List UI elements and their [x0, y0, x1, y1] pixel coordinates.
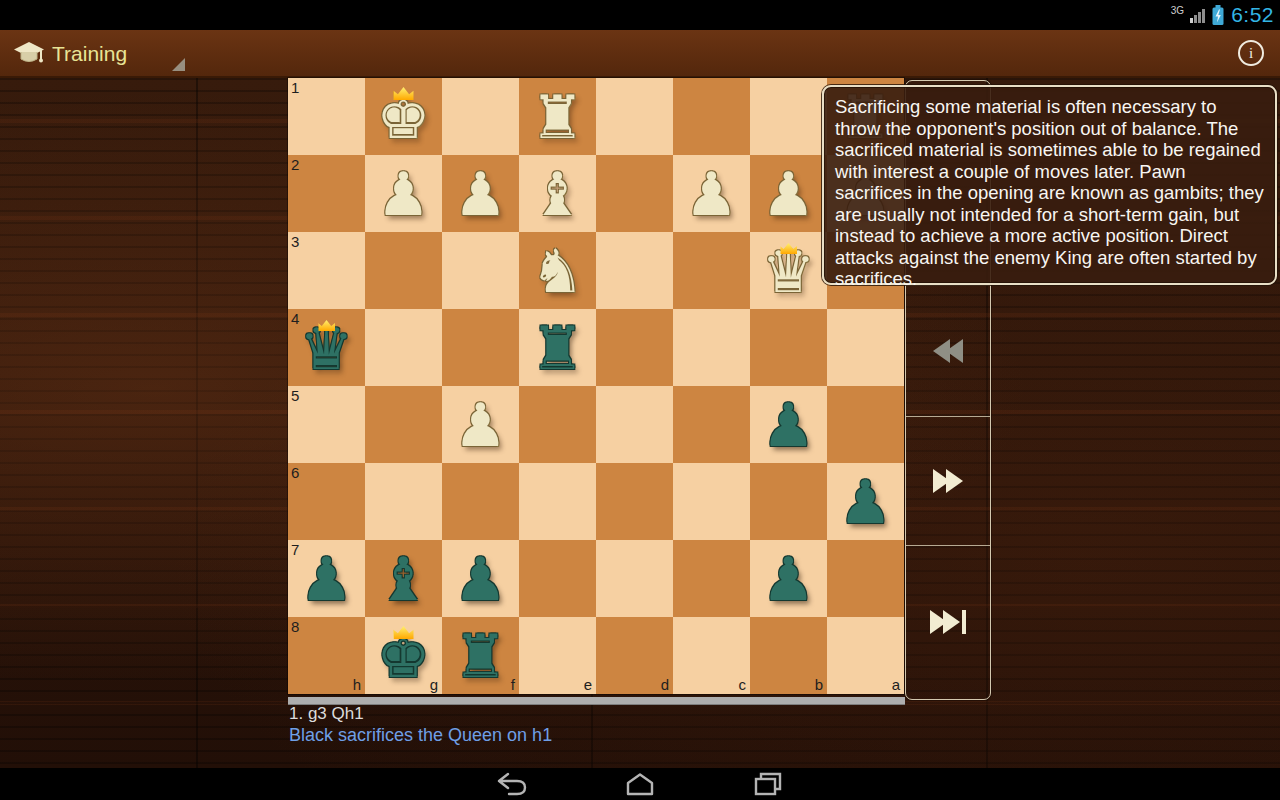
move-list: 1. g3 Qh1: [289, 704, 364, 724]
black-bishop-g7[interactable]: ♝: [365, 540, 442, 617]
rank-label-8: 8: [291, 618, 299, 635]
black-pawn-b5[interactable]: ♟: [750, 386, 827, 463]
square-c3[interactable]: [673, 232, 750, 309]
graduation-cap-icon: [12, 39, 46, 69]
white-pawn-b2[interactable]: ♟: [750, 155, 827, 232]
file-label-d: d: [661, 676, 669, 693]
square-a8[interactable]: a: [827, 617, 904, 694]
square-h1[interactable]: 1: [288, 78, 365, 155]
square-c8[interactable]: c: [673, 617, 750, 694]
black-queen-h4[interactable]: ♛: [288, 309, 365, 386]
square-d7[interactable]: [596, 540, 673, 617]
square-f2[interactable]: ♟: [442, 155, 519, 232]
white-king-g1[interactable]: ♚: [365, 78, 442, 155]
square-b6[interactable]: [750, 463, 827, 540]
rank-label-3: 3: [291, 233, 299, 250]
black-pawn-f7[interactable]: ♟: [442, 540, 519, 617]
page-title[interactable]: Training: [52, 42, 127, 66]
move-comment: Black sacrifices the Queen on h1: [289, 725, 552, 746]
recents-icon: [750, 771, 786, 797]
square-f3[interactable]: [442, 232, 519, 309]
square-d8[interactable]: d: [596, 617, 673, 694]
rewind-icon: [933, 339, 963, 363]
spinner-dropdown-indicator[interactable]: [172, 58, 185, 71]
info-button[interactable]: i: [1238, 40, 1264, 66]
home-button[interactable]: [620, 771, 660, 797]
action-bar: Training i: [0, 30, 1280, 78]
square-g4[interactable]: [365, 309, 442, 386]
white-bishop-e2[interactable]: ♝: [519, 155, 596, 232]
square-e6[interactable]: [519, 463, 596, 540]
file-label-e: e: [584, 676, 592, 693]
square-d5[interactable]: [596, 386, 673, 463]
square-e2[interactable]: ♝: [519, 155, 596, 232]
square-f6[interactable]: [442, 463, 519, 540]
square-g3[interactable]: [365, 232, 442, 309]
gold-crown-icon: [318, 320, 335, 331]
square-d3[interactable]: [596, 232, 673, 309]
file-label-a: a: [892, 676, 900, 693]
square-e1[interactable]: ♜: [519, 78, 596, 155]
rank-label-5: 5: [291, 387, 299, 404]
chess-board: 1♚♜♜2♟♟♝♟♟♟3♞♛4♛♜5♟♟6♟7♟♝♟♟8hg♚f♜edcba: [288, 78, 904, 694]
square-c4[interactable]: [673, 309, 750, 386]
gold-crown-icon: [394, 626, 414, 639]
square-b3[interactable]: ♛: [750, 232, 827, 309]
square-c2[interactable]: ♟: [673, 155, 750, 232]
white-rook-e1[interactable]: ♜: [519, 78, 596, 155]
square-f5[interactable]: ♟: [442, 386, 519, 463]
fast-forward-icon: [933, 469, 963, 493]
white-pawn-c2[interactable]: ♟: [673, 155, 750, 232]
square-a7[interactable]: [827, 540, 904, 617]
square-g8[interactable]: g♚: [365, 617, 442, 694]
white-pawn-f2[interactable]: ♟: [442, 155, 519, 232]
square-a5[interactable]: [827, 386, 904, 463]
square-b2[interactable]: ♟: [750, 155, 827, 232]
white-pawn-f5[interactable]: ♟: [442, 386, 519, 463]
home-icon: [622, 771, 658, 797]
signal-strength-icon: [1190, 7, 1205, 23]
app-screen: 3G 6:52 Training i 1♚♜♜2♟♟♝♟♟♟3♞♛4♛♜5♟♟6…: [0, 0, 1280, 800]
square-g5[interactable]: [365, 386, 442, 463]
square-f8[interactable]: f♜: [442, 617, 519, 694]
fast-forward-button[interactable]: [906, 417, 990, 546]
square-g7[interactable]: ♝: [365, 540, 442, 617]
recents-button[interactable]: [748, 771, 788, 797]
gold-crown-icon: [780, 243, 797, 254]
square-g6[interactable]: [365, 463, 442, 540]
rewind-button[interactable]: [906, 286, 990, 417]
square-a4[interactable]: [827, 309, 904, 386]
square-b1[interactable]: [750, 78, 827, 155]
clock: 6:52: [1231, 3, 1274, 27]
square-e3[interactable]: ♞: [519, 232, 596, 309]
tutorial-text: Sacrificing some material is often neces…: [835, 96, 1264, 289]
square-h5[interactable]: 5: [288, 386, 365, 463]
white-pawn-g2[interactable]: ♟: [365, 155, 442, 232]
square-b8[interactable]: b: [750, 617, 827, 694]
info-icon: i: [1249, 45, 1253, 62]
black-king-g8[interactable]: ♚: [365, 617, 442, 694]
square-h4[interactable]: 4♛: [288, 309, 365, 386]
square-g1[interactable]: ♚: [365, 78, 442, 155]
network-type-label: 3G: [1171, 5, 1184, 16]
square-h8[interactable]: 8h: [288, 617, 365, 694]
skip-to-end-button[interactable]: [906, 546, 990, 698]
tutorial-tooltip[interactable]: Sacrificing some material is often neces…: [822, 85, 1277, 285]
square-a6[interactable]: ♟: [827, 463, 904, 540]
square-c5[interactable]: [673, 386, 750, 463]
rank-label-1: 1: [291, 79, 299, 96]
square-e5[interactable]: [519, 386, 596, 463]
square-c7[interactable]: [673, 540, 750, 617]
square-b5[interactable]: ♟: [750, 386, 827, 463]
battery-charging-icon: [1211, 4, 1225, 26]
square-h2[interactable]: 2: [288, 155, 365, 232]
square-f1[interactable]: [442, 78, 519, 155]
file-label-h: h: [353, 676, 361, 693]
gold-crown-icon: [394, 87, 414, 100]
square-e4[interactable]: ♜: [519, 309, 596, 386]
file-label-c: c: [739, 676, 747, 693]
black-rook-f8[interactable]: ♜: [442, 617, 519, 694]
square-d4[interactable]: [596, 309, 673, 386]
square-d1[interactable]: [596, 78, 673, 155]
android-nav-bar: [0, 768, 1280, 800]
black-pawn-a6[interactable]: ♟: [827, 463, 904, 540]
square-f4[interactable]: [442, 309, 519, 386]
main-content: 1♚♜♜2♟♟♝♟♟♟3♞♛4♛♜5♟♟6♟7♟♝♟♟8hg♚f♜edcba S…: [0, 78, 1280, 768]
black-pawn-b7[interactable]: ♟: [750, 540, 827, 617]
square-d6[interactable]: [596, 463, 673, 540]
status-bar: 3G 6:52: [0, 0, 1280, 30]
black-pawn-h7[interactable]: ♟: [288, 540, 365, 617]
skip-to-end-icon: [930, 610, 966, 634]
square-c6[interactable]: [673, 463, 750, 540]
white-queen-b3[interactable]: ♛: [750, 232, 827, 309]
back-button[interactable]: [492, 771, 532, 797]
square-d2[interactable]: [596, 155, 673, 232]
square-f7[interactable]: ♟: [442, 540, 519, 617]
rank-label-2: 2: [291, 156, 299, 173]
square-h6[interactable]: 6: [288, 463, 365, 540]
file-label-b: b: [815, 676, 823, 693]
board-divider-bar: [288, 697, 905, 705]
rank-label-6: 6: [291, 464, 299, 481]
square-e7[interactable]: [519, 540, 596, 617]
status-icons: 3G 6:52: [1171, 0, 1274, 30]
white-knight-e3[interactable]: ♞: [519, 232, 596, 309]
square-b4[interactable]: [750, 309, 827, 386]
square-h7[interactable]: 7♟: [288, 540, 365, 617]
square-h3[interactable]: 3: [288, 232, 365, 309]
square-c1[interactable]: [673, 78, 750, 155]
square-g2[interactable]: ♟: [365, 155, 442, 232]
square-b7[interactable]: ♟: [750, 540, 827, 617]
back-icon: [494, 771, 530, 797]
black-rook-e4[interactable]: ♜: [519, 309, 596, 386]
square-e8[interactable]: e: [519, 617, 596, 694]
